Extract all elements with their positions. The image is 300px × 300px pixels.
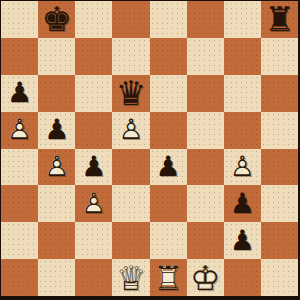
piece-white-king[interactable]: ♚♔ [187, 259, 224, 296]
square-c7[interactable] [75, 38, 112, 75]
square-c3[interactable]: ♟♙ [75, 185, 112, 222]
square-e3[interactable] [150, 185, 187, 222]
square-b4[interactable]: ♟♙ [38, 149, 75, 186]
square-e2[interactable] [150, 222, 187, 259]
black-pawn-glyph: ♟ [75, 149, 112, 186]
black-pawn-glyph: ♟ [224, 185, 261, 222]
piece-white-pawn[interactable]: ♟♙ [112, 112, 149, 149]
square-g8[interactable] [224, 1, 261, 38]
black-pawn-glyph: ♟ [224, 222, 261, 259]
square-e4[interactable]: ♟ [150, 149, 187, 186]
square-g4[interactable]: ♟♙ [224, 149, 261, 186]
square-d7[interactable] [112, 38, 149, 75]
square-a4[interactable] [1, 149, 38, 186]
square-c2[interactable] [75, 222, 112, 259]
square-b8[interactable]: ♚ [38, 1, 75, 38]
square-f4[interactable] [187, 149, 224, 186]
square-a7[interactable] [1, 38, 38, 75]
white-pawn-outline-glyph: ♙ [112, 112, 149, 149]
square-g1[interactable] [224, 259, 261, 296]
piece-white-rook[interactable]: ♜♖ [150, 259, 187, 296]
square-e1[interactable]: ♜♖ [150, 259, 187, 296]
white-pawn-outline-glyph: ♙ [1, 112, 38, 149]
square-b6[interactable] [38, 75, 75, 112]
black-pawn-glyph: ♟ [38, 112, 75, 149]
piece-black-rook[interactable]: ♜ [261, 1, 298, 38]
square-h5[interactable] [261, 112, 298, 149]
chess-board-frame: ♚♜♟♛♟♙♟♟♙♟♙♟♟♟♙♟♙♟♟♛♕♜♖♚♔ [0, 0, 300, 300]
square-b3[interactable] [38, 185, 75, 222]
piece-black-pawn[interactable]: ♟ [1, 75, 38, 112]
square-f1[interactable]: ♚♔ [187, 259, 224, 296]
square-d5[interactable]: ♟♙ [112, 112, 149, 149]
square-g7[interactable] [224, 38, 261, 75]
piece-white-pawn[interactable]: ♟♙ [75, 185, 112, 222]
square-c4[interactable]: ♟ [75, 149, 112, 186]
piece-white-pawn[interactable]: ♟♙ [38, 149, 75, 186]
white-king-outline-glyph: ♔ [187, 259, 224, 296]
square-f5[interactable] [187, 112, 224, 149]
piece-black-king[interactable]: ♚ [38, 1, 75, 38]
square-h6[interactable] [261, 75, 298, 112]
black-queen-glyph: ♛ [112, 75, 149, 112]
square-g5[interactable] [224, 112, 261, 149]
piece-black-pawn[interactable]: ♟ [150, 149, 187, 186]
square-h1[interactable] [261, 259, 298, 296]
square-d2[interactable] [112, 222, 149, 259]
black-pawn-glyph: ♟ [150, 149, 187, 186]
square-c1[interactable] [75, 259, 112, 296]
square-c8[interactable] [75, 1, 112, 38]
piece-black-pawn[interactable]: ♟ [224, 222, 261, 259]
square-e5[interactable] [150, 112, 187, 149]
square-h3[interactable] [261, 185, 298, 222]
square-d4[interactable] [112, 149, 149, 186]
square-d1[interactable]: ♛♕ [112, 259, 149, 296]
square-c5[interactable] [75, 112, 112, 149]
piece-white-pawn[interactable]: ♟♙ [224, 149, 261, 186]
square-b1[interactable] [38, 259, 75, 296]
piece-white-queen[interactable]: ♛♕ [112, 259, 149, 296]
square-b7[interactable] [38, 38, 75, 75]
chess-board: ♚♜♟♛♟♙♟♟♙♟♙♟♟♟♙♟♙♟♟♛♕♜♖♚♔ [1, 1, 298, 296]
square-a6[interactable]: ♟ [1, 75, 38, 112]
square-d3[interactable] [112, 185, 149, 222]
square-b5[interactable]: ♟ [38, 112, 75, 149]
square-f2[interactable] [187, 222, 224, 259]
white-pawn-outline-glyph: ♙ [38, 149, 75, 186]
square-g2[interactable]: ♟ [224, 222, 261, 259]
square-h8[interactable]: ♜ [261, 1, 298, 38]
white-pawn-outline-glyph: ♙ [224, 149, 261, 186]
square-h7[interactable] [261, 38, 298, 75]
black-rook-glyph: ♜ [261, 1, 298, 38]
black-pawn-glyph: ♟ [1, 75, 38, 112]
piece-black-pawn[interactable]: ♟ [224, 185, 261, 222]
square-e7[interactable] [150, 38, 187, 75]
square-a8[interactable] [1, 1, 38, 38]
square-g6[interactable] [224, 75, 261, 112]
square-f8[interactable] [187, 1, 224, 38]
square-f6[interactable] [187, 75, 224, 112]
square-b2[interactable] [38, 222, 75, 259]
square-a1[interactable] [1, 259, 38, 296]
square-a2[interactable] [1, 222, 38, 259]
square-e8[interactable] [150, 1, 187, 38]
square-e6[interactable] [150, 75, 187, 112]
piece-black-pawn[interactable]: ♟ [38, 112, 75, 149]
piece-white-pawn[interactable]: ♟♙ [1, 112, 38, 149]
square-d6[interactable]: ♛ [112, 75, 149, 112]
square-c6[interactable] [75, 75, 112, 112]
piece-black-pawn[interactable]: ♟ [75, 149, 112, 186]
piece-black-queen[interactable]: ♛ [112, 75, 149, 112]
square-h4[interactable] [261, 149, 298, 186]
square-a3[interactable] [1, 185, 38, 222]
square-h2[interactable] [261, 222, 298, 259]
square-d8[interactable] [112, 1, 149, 38]
square-g3[interactable]: ♟ [224, 185, 261, 222]
white-queen-outline-glyph: ♕ [112, 259, 149, 296]
square-f7[interactable] [187, 38, 224, 75]
square-a5[interactable]: ♟♙ [1, 112, 38, 149]
black-king-glyph: ♚ [38, 1, 75, 38]
white-pawn-outline-glyph: ♙ [75, 185, 112, 222]
white-rook-outline-glyph: ♖ [150, 259, 187, 296]
square-f3[interactable] [187, 185, 224, 222]
